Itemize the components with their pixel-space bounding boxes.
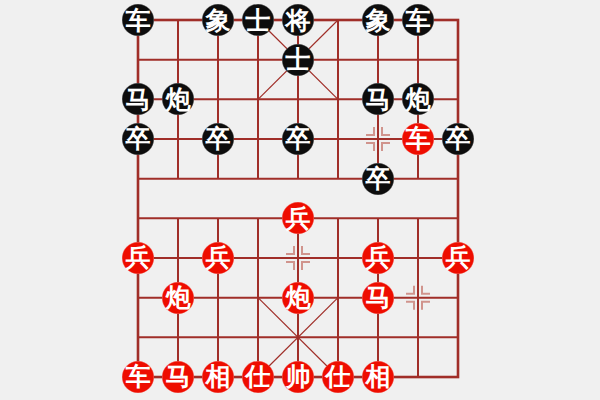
piece-black-general[interactable]: 将 <box>282 4 314 36</box>
piece-red-general[interactable]: 帅 <box>282 361 314 393</box>
piece-black-chariot[interactable]: 车 <box>402 4 434 36</box>
xiangqi-board-area: 车象士将象车士马炮马炮卒卒卒卒卒车兵兵兵兵兵炮炮马车马相仕帅仕相 <box>0 0 600 400</box>
piece-black-chariot[interactable]: 车 <box>122 4 154 36</box>
piece-red-elephant[interactable]: 相 <box>202 361 234 393</box>
piece-red-soldier[interactable]: 兵 <box>362 242 394 274</box>
piece-red-advisor[interactable]: 仕 <box>322 361 354 393</box>
piece-black-soldier[interactable]: 卒 <box>202 123 234 155</box>
piece-red-cannon[interactable]: 炮 <box>282 282 314 314</box>
piece-red-chariot[interactable]: 车 <box>122 361 154 393</box>
piece-red-soldier[interactable]: 兵 <box>282 202 314 234</box>
piece-red-horse[interactable]: 马 <box>162 361 194 393</box>
piece-red-advisor[interactable]: 仕 <box>242 361 274 393</box>
piece-red-soldier[interactable]: 兵 <box>202 242 234 274</box>
piece-black-soldier[interactable]: 卒 <box>442 123 474 155</box>
piece-red-soldier[interactable]: 兵 <box>442 242 474 274</box>
piece-black-advisor[interactable]: 士 <box>242 4 274 36</box>
piece-black-horse[interactable]: 马 <box>362 83 394 115</box>
piece-black-elephant[interactable]: 象 <box>362 4 394 36</box>
piece-red-cannon[interactable]: 炮 <box>162 282 194 314</box>
piece-red-soldier[interactable]: 兵 <box>122 242 154 274</box>
piece-black-cannon[interactable]: 炮 <box>162 83 194 115</box>
piece-black-soldier[interactable]: 卒 <box>282 123 314 155</box>
piece-black-elephant[interactable]: 象 <box>202 4 234 36</box>
piece-black-advisor[interactable]: 士 <box>282 44 314 76</box>
piece-black-horse[interactable]: 马 <box>122 83 154 115</box>
piece-black-soldier[interactable]: 卒 <box>362 163 394 195</box>
pieces-layer: 车象士将象车士马炮马炮卒卒卒卒卒车兵兵兵兵兵炮炮马车马相仕帅仕相 <box>118 0 478 397</box>
piece-red-elephant[interactable]: 相 <box>362 361 394 393</box>
piece-red-horse[interactable]: 马 <box>362 282 394 314</box>
piece-red-chariot[interactable]: 车 <box>402 123 434 155</box>
piece-black-soldier[interactable]: 卒 <box>122 123 154 155</box>
piece-black-cannon[interactable]: 炮 <box>402 83 434 115</box>
